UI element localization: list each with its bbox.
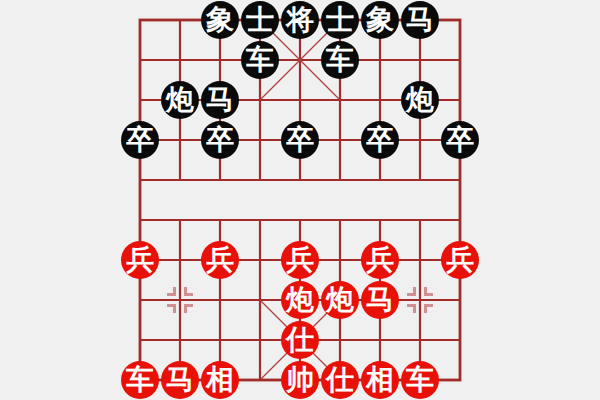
cell-3-6[interactable] xyxy=(240,240,280,280)
cell-8-0[interactable] xyxy=(440,0,480,40)
red-chariot[interactable]: 车 xyxy=(121,361,159,399)
black-elephant[interactable]: 象 xyxy=(201,1,239,39)
cell-4-5[interactable] xyxy=(280,200,320,240)
cell-4-1[interactable] xyxy=(280,40,320,80)
cell-6-3[interactable]: 卒 xyxy=(360,120,400,160)
cell-8-6[interactable]: 兵 xyxy=(440,240,480,280)
cell-5-4[interactable] xyxy=(320,160,360,200)
cell-8-4[interactable] xyxy=(440,160,480,200)
red-general[interactable]: 帅 xyxy=(281,361,319,399)
cell-5-3[interactable] xyxy=(320,120,360,160)
xiangqi-board: 象士将士象马车车炮马炮卒卒卒卒卒兵兵兵兵兵炮炮马仕车马相帅仕相车 xyxy=(0,0,600,400)
cell-1-4[interactable] xyxy=(160,160,200,200)
cell-0-7[interactable] xyxy=(120,280,160,320)
cell-4-7[interactable]: 炮 xyxy=(280,280,320,320)
black-horse[interactable]: 马 xyxy=(401,1,439,39)
red-soldier[interactable]: 兵 xyxy=(281,241,319,279)
cell-1-6[interactable] xyxy=(160,240,200,280)
cell-3-2[interactable] xyxy=(240,80,280,120)
cell-0-6[interactable]: 兵 xyxy=(120,240,160,280)
cell-6-9[interactable]: 相 xyxy=(360,360,400,400)
cell-1-8[interactable] xyxy=(160,320,200,360)
cell-1-3[interactable] xyxy=(160,120,200,160)
cell-4-9[interactable]: 帅 xyxy=(280,360,320,400)
red-soldier[interactable]: 兵 xyxy=(441,241,479,279)
xiangqi-screen: 象士将士象马车车炮马炮卒卒卒卒卒兵兵兵兵兵炮炮马仕车马相帅仕相车 xyxy=(0,0,600,400)
black-soldier[interactable]: 卒 xyxy=(201,121,239,159)
black-horse[interactable]: 马 xyxy=(201,81,239,119)
cell-7-1[interactable] xyxy=(400,40,440,80)
cell-0-3[interactable]: 卒 xyxy=(120,120,160,160)
cell-0-2[interactable] xyxy=(120,80,160,120)
cell-7-9[interactable]: 车 xyxy=(400,360,440,400)
black-soldier[interactable]: 卒 xyxy=(361,121,399,159)
red-elephant[interactable]: 相 xyxy=(201,361,239,399)
cell-1-1[interactable] xyxy=(160,40,200,80)
cell-4-4[interactable] xyxy=(280,160,320,200)
cell-3-7[interactable] xyxy=(240,280,280,320)
cell-7-4[interactable] xyxy=(400,160,440,200)
black-advisor[interactable]: 士 xyxy=(321,1,359,39)
cell-5-5[interactable] xyxy=(320,200,360,240)
cell-7-3[interactable] xyxy=(400,120,440,160)
cell-6-0[interactable]: 象 xyxy=(360,0,400,40)
cell-0-9[interactable]: 车 xyxy=(120,360,160,400)
cell-1-0[interactable] xyxy=(160,0,200,40)
red-horse[interactable]: 马 xyxy=(361,281,399,319)
red-soldier[interactable]: 兵 xyxy=(201,241,239,279)
cell-8-1[interactable] xyxy=(440,40,480,80)
red-chariot[interactable]: 车 xyxy=(401,361,439,399)
black-soldier[interactable]: 卒 xyxy=(121,121,159,159)
cell-6-7[interactable]: 马 xyxy=(360,280,400,320)
cell-0-8[interactable] xyxy=(120,320,160,360)
cell-1-2[interactable]: 炮 xyxy=(160,80,200,120)
red-advisor[interactable]: 仕 xyxy=(281,321,319,359)
black-soldier[interactable]: 卒 xyxy=(281,121,319,159)
cell-8-9[interactable] xyxy=(440,360,480,400)
cell-3-8[interactable] xyxy=(240,320,280,360)
red-advisor[interactable]: 仕 xyxy=(321,361,359,399)
cell-5-8[interactable] xyxy=(320,320,360,360)
cell-1-5[interactable] xyxy=(160,200,200,240)
red-soldier[interactable]: 兵 xyxy=(361,241,399,279)
cell-6-2[interactable] xyxy=(360,80,400,120)
cell-5-1[interactable]: 车 xyxy=(320,40,360,80)
red-soldier[interactable]: 兵 xyxy=(121,241,159,279)
cell-2-9[interactable]: 相 xyxy=(200,360,240,400)
cell-3-9[interactable] xyxy=(240,360,280,400)
cell-4-6[interactable]: 兵 xyxy=(280,240,320,280)
cell-7-2[interactable]: 炮 xyxy=(400,80,440,120)
cell-6-6[interactable]: 兵 xyxy=(360,240,400,280)
cell-2-3[interactable]: 卒 xyxy=(200,120,240,160)
red-elephant[interactable]: 相 xyxy=(361,361,399,399)
cell-7-8[interactable] xyxy=(400,320,440,360)
cell-5-6[interactable] xyxy=(320,240,360,280)
cell-0-5[interactable] xyxy=(120,200,160,240)
cell-2-4[interactable] xyxy=(200,160,240,200)
cell-4-8[interactable]: 仕 xyxy=(280,320,320,360)
black-general[interactable]: 将 xyxy=(281,1,319,39)
cell-6-1[interactable] xyxy=(360,40,400,80)
cell-6-4[interactable] xyxy=(360,160,400,200)
cell-2-2[interactable]: 马 xyxy=(200,80,240,120)
cell-3-5[interactable] xyxy=(240,200,280,240)
black-chariot[interactable]: 车 xyxy=(321,41,359,79)
cell-7-7[interactable] xyxy=(400,280,440,320)
cell-4-2[interactable] xyxy=(280,80,320,120)
cell-2-1[interactable] xyxy=(200,40,240,80)
cell-8-8[interactable] xyxy=(440,320,480,360)
cell-5-9[interactable]: 仕 xyxy=(320,360,360,400)
cell-7-0[interactable]: 马 xyxy=(400,0,440,40)
cell-7-5[interactable] xyxy=(400,200,440,240)
cell-3-4[interactable] xyxy=(240,160,280,200)
cell-1-9[interactable]: 马 xyxy=(160,360,200,400)
cell-3-1[interactable]: 车 xyxy=(240,40,280,80)
cell-7-6[interactable] xyxy=(400,240,440,280)
black-chariot[interactable]: 车 xyxy=(241,41,279,79)
cell-6-5[interactable] xyxy=(360,200,400,240)
cell-0-0[interactable] xyxy=(120,0,160,40)
black-advisor[interactable]: 士 xyxy=(241,1,279,39)
cell-0-4[interactable] xyxy=(120,160,160,200)
cell-1-7[interactable] xyxy=(160,280,200,320)
cell-2-0[interactable]: 象 xyxy=(200,0,240,40)
black-soldier[interactable]: 卒 xyxy=(441,121,479,159)
cell-4-0[interactable]: 将 xyxy=(280,0,320,40)
cell-4-3[interactable]: 卒 xyxy=(280,120,320,160)
cell-8-2[interactable] xyxy=(440,80,480,120)
cell-3-0[interactable]: 士 xyxy=(240,0,280,40)
cell-5-7[interactable]: 炮 xyxy=(320,280,360,320)
black-elephant[interactable]: 象 xyxy=(361,1,399,39)
black-cannon[interactable]: 炮 xyxy=(401,81,439,119)
cell-2-5[interactable] xyxy=(200,200,240,240)
cell-2-8[interactable] xyxy=(200,320,240,360)
cell-8-3[interactable]: 卒 xyxy=(440,120,480,160)
cell-2-7[interactable] xyxy=(200,280,240,320)
cell-2-6[interactable]: 兵 xyxy=(200,240,240,280)
black-cannon[interactable]: 炮 xyxy=(161,81,199,119)
red-horse[interactable]: 马 xyxy=(161,361,199,399)
red-cannon[interactable]: 炮 xyxy=(281,281,319,319)
cell-8-7[interactable] xyxy=(440,280,480,320)
cell-0-1[interactable] xyxy=(120,40,160,80)
cell-6-8[interactable] xyxy=(360,320,400,360)
cell-3-3[interactable] xyxy=(240,120,280,160)
red-cannon[interactable]: 炮 xyxy=(321,281,359,319)
cell-8-5[interactable] xyxy=(440,200,480,240)
cell-5-0[interactable]: 士 xyxy=(320,0,360,40)
board-grid: 象士将士象马车车炮马炮卒卒卒卒卒兵兵兵兵兵炮炮马仕车马相帅仕相车 xyxy=(120,0,480,400)
cell-5-2[interactable] xyxy=(320,80,360,120)
